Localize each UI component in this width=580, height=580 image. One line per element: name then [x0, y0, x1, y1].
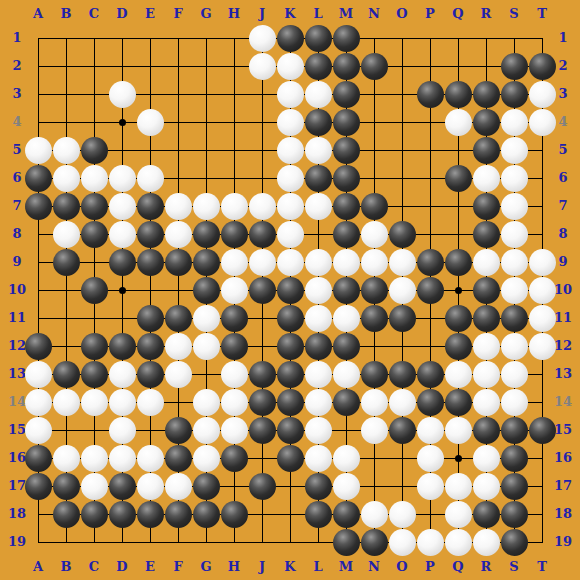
- stone-E8-black[interactable]: [137, 221, 164, 248]
- stone-G8-black[interactable]: [193, 221, 220, 248]
- stone-T2-black[interactable]: [529, 53, 556, 80]
- stone-S8-white[interactable]: [501, 221, 528, 248]
- stone-H15-white[interactable]: [221, 417, 248, 444]
- row-label-left-1: 1: [2, 31, 32, 45]
- stone-E4-white[interactable]: [137, 109, 164, 136]
- stone-L16-white[interactable]: [305, 445, 332, 472]
- stone-T15-black[interactable]: [529, 417, 556, 444]
- stone-F16-black[interactable]: [165, 445, 192, 472]
- stone-A5-white[interactable]: [25, 137, 52, 164]
- stone-P15-white[interactable]: [417, 417, 444, 444]
- stone-P17-white[interactable]: [417, 473, 444, 500]
- stone-Q13-white[interactable]: [445, 361, 472, 388]
- star-point-D10: [119, 287, 126, 294]
- stone-G18-black[interactable]: [193, 501, 220, 528]
- stone-Q9-black[interactable]: [445, 249, 472, 276]
- stone-N2-black[interactable]: [361, 53, 388, 80]
- stone-L15-white[interactable]: [305, 417, 332, 444]
- stone-C12-black[interactable]: [81, 333, 108, 360]
- stone-K13-black[interactable]: [277, 361, 304, 388]
- stone-J13-black[interactable]: [249, 361, 276, 388]
- stone-C18-black[interactable]: [81, 501, 108, 528]
- stone-M1-black[interactable]: [333, 25, 360, 52]
- stone-L14-white[interactable]: [305, 389, 332, 416]
- col-label-top-S: S: [500, 7, 528, 21]
- row-label-left-10: 10: [2, 283, 32, 297]
- stone-F9-black[interactable]: [165, 249, 192, 276]
- stone-T3-white[interactable]: [529, 81, 556, 108]
- col-label-bottom-C: C: [80, 560, 108, 574]
- col-label-bottom-N: N: [360, 560, 388, 574]
- stone-N13-black[interactable]: [361, 361, 388, 388]
- stone-D18-black[interactable]: [109, 501, 136, 528]
- stone-F18-black[interactable]: [165, 501, 192, 528]
- stone-S15-black[interactable]: [501, 417, 528, 444]
- stone-R18-black[interactable]: [473, 501, 500, 528]
- stone-K6-white[interactable]: [277, 165, 304, 192]
- col-label-top-R: R: [472, 7, 500, 21]
- stone-D13-white[interactable]: [109, 361, 136, 388]
- stone-G16-white[interactable]: [193, 445, 220, 472]
- stone-L2-black[interactable]: [305, 53, 332, 80]
- row-label-right-17: 17: [548, 479, 578, 493]
- stone-C6-white[interactable]: [81, 165, 108, 192]
- stone-E13-black[interactable]: [137, 361, 164, 388]
- col-label-top-M: M: [332, 7, 360, 21]
- stone-M13-white[interactable]: [333, 361, 360, 388]
- stone-E7-black[interactable]: [137, 193, 164, 220]
- stone-S12-white[interactable]: [501, 333, 528, 360]
- stone-M9-white[interactable]: [333, 249, 360, 276]
- row-label-right-16: 16: [548, 451, 578, 465]
- stone-G14-white[interactable]: [193, 389, 220, 416]
- stone-L17-black[interactable]: [305, 473, 332, 500]
- stone-B17-black[interactable]: [53, 473, 80, 500]
- stone-M7-black[interactable]: [333, 193, 360, 220]
- col-label-top-G: G: [192, 7, 220, 21]
- stone-A16-black[interactable]: [25, 445, 52, 472]
- stone-E6-white[interactable]: [137, 165, 164, 192]
- stone-J14-black[interactable]: [249, 389, 276, 416]
- stone-O13-black[interactable]: [389, 361, 416, 388]
- row-label-left-4: 4: [2, 115, 32, 129]
- stone-D6-white[interactable]: [109, 165, 136, 192]
- stone-P13-black[interactable]: [417, 361, 444, 388]
- stone-K11-black[interactable]: [277, 305, 304, 332]
- stone-J2-white[interactable]: [249, 53, 276, 80]
- stone-S14-white[interactable]: [501, 389, 528, 416]
- stone-H7-white[interactable]: [221, 193, 248, 220]
- stone-R16-white[interactable]: [473, 445, 500, 472]
- stone-H9-white[interactable]: [221, 249, 248, 276]
- stone-S2-black[interactable]: [501, 53, 528, 80]
- stone-Q11-black[interactable]: [445, 305, 472, 332]
- stone-H8-black[interactable]: [221, 221, 248, 248]
- stone-S9-white[interactable]: [501, 249, 528, 276]
- stone-F17-white[interactable]: [165, 473, 192, 500]
- stone-S18-black[interactable]: [501, 501, 528, 528]
- stone-L13-white[interactable]: [305, 361, 332, 388]
- stone-H11-black[interactable]: [221, 305, 248, 332]
- stone-M6-black[interactable]: [333, 165, 360, 192]
- stone-L5-white[interactable]: [305, 137, 332, 164]
- col-label-top-E: E: [136, 7, 164, 21]
- col-label-bottom-R: R: [472, 560, 500, 574]
- col-label-bottom-O: O: [388, 560, 416, 574]
- stone-A12-black[interactable]: [25, 333, 52, 360]
- stone-D16-white[interactable]: [109, 445, 136, 472]
- col-label-bottom-T: T: [528, 560, 556, 574]
- stone-F8-white[interactable]: [165, 221, 192, 248]
- col-label-bottom-E: E: [136, 560, 164, 574]
- stone-J7-white[interactable]: [249, 193, 276, 220]
- stone-K7-white[interactable]: [277, 193, 304, 220]
- stone-R6-white[interactable]: [473, 165, 500, 192]
- row-label-left-19: 19: [2, 535, 32, 549]
- stone-P10-black[interactable]: [417, 277, 444, 304]
- stone-B18-black[interactable]: [53, 501, 80, 528]
- stone-H13-white[interactable]: [221, 361, 248, 388]
- stone-M17-white[interactable]: [333, 473, 360, 500]
- stone-D8-white[interactable]: [109, 221, 136, 248]
- stone-N8-white[interactable]: [361, 221, 388, 248]
- stone-L18-black[interactable]: [305, 501, 332, 528]
- col-label-top-D: D: [108, 7, 136, 21]
- stone-P19-white[interactable]: [417, 529, 444, 556]
- stone-H10-white[interactable]: [221, 277, 248, 304]
- row-label-right-8: 8: [548, 227, 578, 241]
- stone-L10-white[interactable]: [305, 277, 332, 304]
- stone-S3-black[interactable]: [501, 81, 528, 108]
- col-label-bottom-P: P: [416, 560, 444, 574]
- stone-T9-white[interactable]: [529, 249, 556, 276]
- row-label-right-1: 1: [548, 31, 578, 45]
- stone-K2-white[interactable]: [277, 53, 304, 80]
- col-label-bottom-A: A: [24, 560, 52, 574]
- stone-L11-white[interactable]: [305, 305, 332, 332]
- stone-R14-white[interactable]: [473, 389, 500, 416]
- star-point-Q10: [455, 287, 462, 294]
- stone-K9-white[interactable]: [277, 249, 304, 276]
- stone-A17-black[interactable]: [25, 473, 52, 500]
- stone-C7-black[interactable]: [81, 193, 108, 220]
- stone-R15-black[interactable]: [473, 417, 500, 444]
- stone-Q15-white[interactable]: [445, 417, 472, 444]
- stone-S16-black[interactable]: [501, 445, 528, 472]
- stone-R13-white[interactable]: [473, 361, 500, 388]
- stone-H12-black[interactable]: [221, 333, 248, 360]
- stone-Q12-black[interactable]: [445, 333, 472, 360]
- stone-S4-white[interactable]: [501, 109, 528, 136]
- stone-C8-black[interactable]: [81, 221, 108, 248]
- stone-M14-black[interactable]: [333, 389, 360, 416]
- stone-R5-black[interactable]: [473, 137, 500, 164]
- stone-R8-black[interactable]: [473, 221, 500, 248]
- stone-G15-white[interactable]: [193, 417, 220, 444]
- stone-P9-black[interactable]: [417, 249, 444, 276]
- col-label-top-L: L: [304, 7, 332, 21]
- col-label-bottom-K: K: [276, 560, 304, 574]
- col-label-bottom-M: M: [332, 560, 360, 574]
- row-label-right-13: 13: [548, 367, 578, 381]
- stone-J17-black[interactable]: [249, 473, 276, 500]
- stone-R4-black[interactable]: [473, 109, 500, 136]
- stone-C13-black[interactable]: [81, 361, 108, 388]
- stone-R12-white[interactable]: [473, 333, 500, 360]
- stone-J8-black[interactable]: [249, 221, 276, 248]
- stone-R17-white[interactable]: [473, 473, 500, 500]
- stone-E14-white[interactable]: [137, 389, 164, 416]
- stone-K16-black[interactable]: [277, 445, 304, 472]
- stone-H16-black[interactable]: [221, 445, 248, 472]
- row-label-left-18: 18: [2, 507, 32, 521]
- stone-P3-black[interactable]: [417, 81, 444, 108]
- stone-L9-white[interactable]: [305, 249, 332, 276]
- star-point-Q16: [455, 455, 462, 462]
- col-label-bottom-D: D: [108, 560, 136, 574]
- go-board[interactable]: AABBCCDDEEFFGGHHJJKKLLMMNNOOPPQQRRSSTT11…: [0, 0, 580, 580]
- col-label-top-T: T: [528, 7, 556, 21]
- stone-N18-white[interactable]: [361, 501, 388, 528]
- stone-A7-black[interactable]: [25, 193, 52, 220]
- stone-H14-white[interactable]: [221, 389, 248, 416]
- col-label-top-H: H: [220, 7, 248, 21]
- stone-A14-white[interactable]: [25, 389, 52, 416]
- row-label-left-8: 8: [2, 227, 32, 241]
- stone-C17-white[interactable]: [81, 473, 108, 500]
- stone-D17-black[interactable]: [109, 473, 136, 500]
- stone-O19-white[interactable]: [389, 529, 416, 556]
- stone-B14-white[interactable]: [53, 389, 80, 416]
- stone-A15-white[interactable]: [25, 417, 52, 444]
- stone-M3-black[interactable]: [333, 81, 360, 108]
- stone-E17-white[interactable]: [137, 473, 164, 500]
- row-label-right-19: 19: [548, 535, 578, 549]
- stone-K5-white[interactable]: [277, 137, 304, 164]
- stone-O9-white[interactable]: [389, 249, 416, 276]
- col-label-top-C: C: [80, 7, 108, 21]
- col-label-top-F: F: [164, 7, 192, 21]
- col-label-top-P: P: [416, 7, 444, 21]
- stone-K4-white[interactable]: [277, 109, 304, 136]
- stone-L4-black[interactable]: [305, 109, 332, 136]
- row-label-left-11: 11: [2, 311, 32, 325]
- row-label-right-7: 7: [548, 199, 578, 213]
- stone-S5-white[interactable]: [501, 137, 528, 164]
- stone-D14-white[interactable]: [109, 389, 136, 416]
- stone-O8-black[interactable]: [389, 221, 416, 248]
- stone-R11-black[interactable]: [473, 305, 500, 332]
- stone-N10-black[interactable]: [361, 277, 388, 304]
- stone-L1-black[interactable]: [305, 25, 332, 52]
- stone-L12-black[interactable]: [305, 333, 332, 360]
- stone-T11-white[interactable]: [529, 305, 556, 332]
- row-label-right-18: 18: [548, 507, 578, 521]
- col-label-top-K: K: [276, 7, 304, 21]
- stone-S10-white[interactable]: [501, 277, 528, 304]
- stone-B6-white[interactable]: [53, 165, 80, 192]
- row-label-left-9: 9: [2, 255, 32, 269]
- col-label-bottom-Q: Q: [444, 560, 472, 574]
- col-label-top-A: A: [24, 7, 52, 21]
- col-label-bottom-B: B: [52, 560, 80, 574]
- stone-L7-white[interactable]: [305, 193, 332, 220]
- stone-K15-black[interactable]: [277, 417, 304, 444]
- stone-Q17-white[interactable]: [445, 473, 472, 500]
- stone-E9-black[interactable]: [137, 249, 164, 276]
- stone-M18-black[interactable]: [333, 501, 360, 528]
- stone-J15-black[interactable]: [249, 417, 276, 444]
- col-label-bottom-J: J: [248, 560, 276, 574]
- row-label-left-2: 2: [2, 59, 32, 73]
- stone-B8-white[interactable]: [53, 221, 80, 248]
- stone-A6-black[interactable]: [25, 165, 52, 192]
- stone-D12-black[interactable]: [109, 333, 136, 360]
- stone-S7-white[interactable]: [501, 193, 528, 220]
- stone-B13-black[interactable]: [53, 361, 80, 388]
- stone-K8-white[interactable]: [277, 221, 304, 248]
- stone-O15-black[interactable]: [389, 417, 416, 444]
- stone-K14-black[interactable]: [277, 389, 304, 416]
- stone-M19-black[interactable]: [333, 529, 360, 556]
- stone-G17-black[interactable]: [193, 473, 220, 500]
- stone-Q3-black[interactable]: [445, 81, 472, 108]
- stone-K10-black[interactable]: [277, 277, 304, 304]
- stone-O10-white[interactable]: [389, 277, 416, 304]
- stone-Q18-white[interactable]: [445, 501, 472, 528]
- stone-E18-black[interactable]: [137, 501, 164, 528]
- stone-G7-white[interactable]: [193, 193, 220, 220]
- stone-R19-white[interactable]: [473, 529, 500, 556]
- col-label-bottom-S: S: [500, 560, 528, 574]
- stone-N19-black[interactable]: [361, 529, 388, 556]
- stone-K12-black[interactable]: [277, 333, 304, 360]
- stone-N14-white[interactable]: [361, 389, 388, 416]
- stone-S6-white[interactable]: [501, 165, 528, 192]
- stone-P16-white[interactable]: [417, 445, 444, 472]
- stone-F11-black[interactable]: [165, 305, 192, 332]
- stone-T10-white[interactable]: [529, 277, 556, 304]
- stone-F15-black[interactable]: [165, 417, 192, 444]
- stone-B5-white[interactable]: [53, 137, 80, 164]
- stone-C16-white[interactable]: [81, 445, 108, 472]
- stone-S11-black[interactable]: [501, 305, 528, 332]
- stone-T4-white[interactable]: [529, 109, 556, 136]
- col-label-bottom-F: F: [164, 560, 192, 574]
- stone-D3-white[interactable]: [109, 81, 136, 108]
- stone-M10-black[interactable]: [333, 277, 360, 304]
- stone-J10-black[interactable]: [249, 277, 276, 304]
- stone-M4-black[interactable]: [333, 109, 360, 136]
- stone-O14-white[interactable]: [389, 389, 416, 416]
- stone-H18-black[interactable]: [221, 501, 248, 528]
- stone-S13-white[interactable]: [501, 361, 528, 388]
- stone-M2-black[interactable]: [333, 53, 360, 80]
- stone-N9-white[interactable]: [361, 249, 388, 276]
- stone-L6-black[interactable]: [305, 165, 332, 192]
- stone-M5-black[interactable]: [333, 137, 360, 164]
- stone-F7-white[interactable]: [165, 193, 192, 220]
- stone-R7-black[interactable]: [473, 193, 500, 220]
- stone-L3-white[interactable]: [305, 81, 332, 108]
- stone-O18-white[interactable]: [389, 501, 416, 528]
- stone-E12-black[interactable]: [137, 333, 164, 360]
- stone-K1-black[interactable]: [277, 25, 304, 52]
- stone-G11-white[interactable]: [193, 305, 220, 332]
- stone-D15-white[interactable]: [109, 417, 136, 444]
- stone-Q19-white[interactable]: [445, 529, 472, 556]
- stone-Q14-black[interactable]: [445, 389, 472, 416]
- stone-G10-black[interactable]: [193, 277, 220, 304]
- stone-J1-white[interactable]: [249, 25, 276, 52]
- stone-D9-black[interactable]: [109, 249, 136, 276]
- stone-E16-white[interactable]: [137, 445, 164, 472]
- stone-S17-black[interactable]: [501, 473, 528, 500]
- stone-Q6-black[interactable]: [445, 165, 472, 192]
- stone-A13-white[interactable]: [25, 361, 52, 388]
- col-label-bottom-H: H: [220, 560, 248, 574]
- stone-C10-black[interactable]: [81, 277, 108, 304]
- stone-B9-black[interactable]: [53, 249, 80, 276]
- col-label-top-J: J: [248, 7, 276, 21]
- stone-M12-black[interactable]: [333, 333, 360, 360]
- star-point-D4: [119, 119, 126, 126]
- stone-B7-black[interactable]: [53, 193, 80, 220]
- stone-N15-white[interactable]: [361, 417, 388, 444]
- row-label-left-3: 3: [2, 87, 32, 101]
- stone-F13-white[interactable]: [165, 361, 192, 388]
- stone-B16-white[interactable]: [53, 445, 80, 472]
- row-label-right-6: 6: [548, 171, 578, 185]
- stone-G9-black[interactable]: [193, 249, 220, 276]
- stone-M11-white[interactable]: [333, 305, 360, 332]
- col-label-top-B: B: [52, 7, 80, 21]
- col-label-top-Q: Q: [444, 7, 472, 21]
- stone-N7-black[interactable]: [361, 193, 388, 220]
- col-label-bottom-G: G: [192, 560, 220, 574]
- stone-Q4-white[interactable]: [445, 109, 472, 136]
- stone-O11-black[interactable]: [389, 305, 416, 332]
- stone-R3-black[interactable]: [473, 81, 500, 108]
- stone-M16-white[interactable]: [333, 445, 360, 472]
- stone-K3-white[interactable]: [277, 81, 304, 108]
- stone-J9-white[interactable]: [249, 249, 276, 276]
- stone-E11-black[interactable]: [137, 305, 164, 332]
- stone-C14-white[interactable]: [81, 389, 108, 416]
- row-label-right-5: 5: [548, 143, 578, 157]
- stone-F12-white[interactable]: [165, 333, 192, 360]
- stone-R9-white[interactable]: [473, 249, 500, 276]
- stone-N11-black[interactable]: [361, 305, 388, 332]
- col-label-top-O: O: [388, 7, 416, 21]
- stone-P14-black[interactable]: [417, 389, 444, 416]
- stone-M8-black[interactable]: [333, 221, 360, 248]
- col-label-bottom-L: L: [304, 560, 332, 574]
- stone-T12-white[interactable]: [529, 333, 556, 360]
- stone-G12-white[interactable]: [193, 333, 220, 360]
- stone-C5-black[interactable]: [81, 137, 108, 164]
- stone-D7-white[interactable]: [109, 193, 136, 220]
- stone-R10-black[interactable]: [473, 277, 500, 304]
- col-label-top-N: N: [360, 7, 388, 21]
- row-label-right-14: 14: [548, 395, 578, 409]
- stone-S19-black[interactable]: [501, 529, 528, 556]
